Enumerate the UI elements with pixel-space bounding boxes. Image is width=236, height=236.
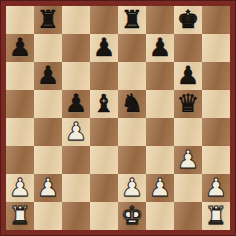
square-d2[interactable] xyxy=(90,174,118,202)
square-d7[interactable]: ♟ xyxy=(90,34,118,62)
square-g8[interactable]: ♚ xyxy=(174,6,202,34)
square-e6[interactable] xyxy=(118,62,146,90)
square-c8[interactable] xyxy=(62,6,90,34)
square-a5[interactable] xyxy=(6,90,34,118)
square-h8[interactable] xyxy=(202,6,230,34)
square-a1[interactable]: ♜ xyxy=(6,202,34,230)
white-pawn-piece: ♟ xyxy=(6,174,34,202)
square-d3[interactable] xyxy=(90,146,118,174)
black-rook-piece: ♜ xyxy=(34,6,62,34)
black-bishop-piece: ♝ xyxy=(90,90,118,118)
square-e1[interactable]: ♚ xyxy=(118,202,146,230)
square-b6[interactable]: ♟ xyxy=(34,62,62,90)
black-pawn-piece: ♟ xyxy=(34,62,62,90)
square-e7[interactable] xyxy=(118,34,146,62)
square-g3[interactable]: ♟ xyxy=(174,146,202,174)
square-g4[interactable] xyxy=(174,118,202,146)
square-g1[interactable] xyxy=(174,202,202,230)
square-d8[interactable] xyxy=(90,6,118,34)
square-h4[interactable] xyxy=(202,118,230,146)
square-h6[interactable] xyxy=(202,62,230,90)
black-pawn-piece: ♟ xyxy=(146,34,174,62)
white-pawn-piece: ♟ xyxy=(34,174,62,202)
white-pawn-piece: ♟ xyxy=(118,174,146,202)
square-h2[interactable]: ♟ xyxy=(202,174,230,202)
white-pawn-piece: ♟ xyxy=(202,174,230,202)
black-pawn-piece: ♟ xyxy=(90,34,118,62)
square-e3[interactable] xyxy=(118,146,146,174)
square-f1[interactable] xyxy=(146,202,174,230)
black-king-piece: ♚ xyxy=(174,6,202,34)
square-f3[interactable] xyxy=(146,146,174,174)
square-f4[interactable] xyxy=(146,118,174,146)
square-a7[interactable]: ♟ xyxy=(6,34,34,62)
black-rook-piece: ♜ xyxy=(118,6,146,34)
square-b7[interactable] xyxy=(34,34,62,62)
square-b5[interactable] xyxy=(34,90,62,118)
board-frame: ♜♜♚♟♟♟♟♟♟♝♞♛♟♟♟♟♟♟♟♜♚♜ xyxy=(0,0,236,236)
square-d1[interactable] xyxy=(90,202,118,230)
square-c2[interactable] xyxy=(62,174,90,202)
square-c4[interactable]: ♟ xyxy=(62,118,90,146)
square-h3[interactable] xyxy=(202,146,230,174)
black-knight-piece: ♞ xyxy=(118,90,146,118)
square-c1[interactable] xyxy=(62,202,90,230)
square-e2[interactable]: ♟ xyxy=(118,174,146,202)
white-king-piece: ♚ xyxy=(118,202,146,230)
square-c6[interactable] xyxy=(62,62,90,90)
square-f7[interactable]: ♟ xyxy=(146,34,174,62)
square-e8[interactable]: ♜ xyxy=(118,6,146,34)
square-g7[interactable] xyxy=(174,34,202,62)
chess-board: ♜♜♚♟♟♟♟♟♟♝♞♛♟♟♟♟♟♟♟♜♚♜ xyxy=(6,6,230,230)
square-d4[interactable] xyxy=(90,118,118,146)
white-pawn-piece: ♟ xyxy=(146,174,174,202)
square-e4[interactable] xyxy=(118,118,146,146)
square-g2[interactable] xyxy=(174,174,202,202)
white-pawn-piece: ♟ xyxy=(174,146,202,174)
square-h1[interactable]: ♜ xyxy=(202,202,230,230)
black-pawn-piece: ♟ xyxy=(6,34,34,62)
square-b8[interactable]: ♜ xyxy=(34,6,62,34)
square-f8[interactable] xyxy=(146,6,174,34)
square-a3[interactable] xyxy=(6,146,34,174)
square-d6[interactable] xyxy=(90,62,118,90)
square-f2[interactable]: ♟ xyxy=(146,174,174,202)
square-f5[interactable] xyxy=(146,90,174,118)
square-b1[interactable] xyxy=(34,202,62,230)
square-a8[interactable] xyxy=(6,6,34,34)
square-c7[interactable] xyxy=(62,34,90,62)
square-h5[interactable] xyxy=(202,90,230,118)
square-e5[interactable]: ♞ xyxy=(118,90,146,118)
square-c3[interactable] xyxy=(62,146,90,174)
square-f6[interactable] xyxy=(146,62,174,90)
square-d5[interactable]: ♝ xyxy=(90,90,118,118)
square-b2[interactable]: ♟ xyxy=(34,174,62,202)
black-pawn-piece: ♟ xyxy=(62,90,90,118)
square-h7[interactable] xyxy=(202,34,230,62)
square-a6[interactable] xyxy=(6,62,34,90)
black-pawn-piece: ♟ xyxy=(174,62,202,90)
white-pawn-piece: ♟ xyxy=(62,118,90,146)
square-a2[interactable]: ♟ xyxy=(6,174,34,202)
square-a4[interactable] xyxy=(6,118,34,146)
square-g5[interactable]: ♛ xyxy=(174,90,202,118)
white-rook-piece: ♜ xyxy=(202,202,230,230)
square-c5[interactable]: ♟ xyxy=(62,90,90,118)
black-queen-piece: ♛ xyxy=(174,90,202,118)
square-b4[interactable] xyxy=(34,118,62,146)
square-g6[interactable]: ♟ xyxy=(174,62,202,90)
white-rook-piece: ♜ xyxy=(6,202,34,230)
square-b3[interactable] xyxy=(34,146,62,174)
